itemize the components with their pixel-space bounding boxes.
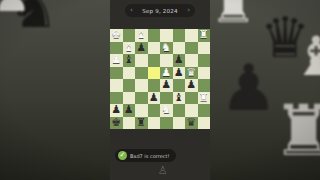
white-rook-piece: ♜ xyxy=(198,29,211,42)
square-a8[interactable] xyxy=(198,117,211,130)
square-h4[interactable] xyxy=(110,67,123,80)
square-a5[interactable] xyxy=(198,79,211,92)
bottom-pawn-icon: ♙ xyxy=(158,165,168,176)
square-e7[interactable] xyxy=(148,104,161,117)
square-c3[interactable]: ♟ xyxy=(173,54,186,67)
black-rook-piece: ♜ xyxy=(135,117,148,130)
black-bishop-piece: ♝ xyxy=(173,92,186,105)
square-d8[interactable] xyxy=(160,117,173,130)
square-b2[interactable] xyxy=(185,42,198,55)
square-c7[interactable] xyxy=(173,104,186,117)
square-f6[interactable] xyxy=(135,92,148,105)
black-pawn-piece: ♟ xyxy=(160,79,173,92)
black-king-piece: ♚ xyxy=(110,117,123,130)
square-g4[interactable] xyxy=(123,67,136,80)
white-knight-piece: ♞ xyxy=(160,42,173,55)
square-c6[interactable]: ♝ xyxy=(173,92,186,105)
square-a7[interactable] xyxy=(198,104,211,117)
square-a1[interactable]: ♜ xyxy=(198,29,211,42)
square-b8[interactable]: ♛ xyxy=(185,117,198,130)
black-pawn-piece: ♟ xyxy=(123,104,136,117)
square-e6[interactable]: ♟ xyxy=(148,92,161,105)
solution-text: Bxd7 is correct! xyxy=(130,153,169,159)
square-a3[interactable] xyxy=(198,54,211,67)
black-pawn-piece: ♟ xyxy=(173,67,186,80)
white-rook-piece: ♜ xyxy=(198,92,211,105)
square-a6[interactable]: ♜ xyxy=(198,92,211,105)
black-queen-piece: ♛ xyxy=(185,117,198,130)
square-b5[interactable]: ♟ xyxy=(185,79,198,92)
black-bishop-piece: ♝ xyxy=(123,54,136,67)
black-pawn-piece: ♟ xyxy=(185,79,198,92)
square-f8[interactable]: ♜ xyxy=(135,117,148,130)
solution-banner: ✓ Bxd7 is correct! xyxy=(114,148,177,163)
black-pawn-piece: ♟ xyxy=(110,104,123,117)
square-h1[interactable]: ♚ xyxy=(110,29,123,42)
white-pawn-piece: ♟ xyxy=(110,54,123,67)
square-e2[interactable] xyxy=(148,42,161,55)
square-e5[interactable] xyxy=(148,79,161,92)
square-f1[interactable]: ♝ xyxy=(135,29,148,42)
square-b3[interactable] xyxy=(185,54,198,67)
square-c5[interactable] xyxy=(173,79,186,92)
square-f7[interactable] xyxy=(135,104,148,117)
square-f3[interactable] xyxy=(135,54,148,67)
square-e1[interactable] xyxy=(148,29,161,42)
square-g1[interactable] xyxy=(123,29,136,42)
square-c1[interactable] xyxy=(173,29,186,42)
black-pawn-piece: ♟ xyxy=(173,54,186,67)
white-bishop-piece: ♝ xyxy=(135,29,148,42)
next-day-button[interactable]: › xyxy=(187,4,190,17)
square-g7[interactable]: ♟ xyxy=(123,104,136,117)
square-c8[interactable] xyxy=(173,117,186,130)
puzzle-panel: ‹ Sep 9, 2024 › ♚♝♜♝♟♞♟♝♟♟♟♛♟♟♟♝♜♟♟♞♚♜♛ … xyxy=(110,0,210,180)
square-d1[interactable] xyxy=(160,29,173,42)
square-b7[interactable] xyxy=(185,104,198,117)
square-h3[interactable]: ♟ xyxy=(110,54,123,67)
square-e8[interactable] xyxy=(148,117,161,130)
black-pawn-piece: ♟ xyxy=(135,42,148,55)
square-h7[interactable]: ♟ xyxy=(110,104,123,117)
black-pawn-piece: ♟ xyxy=(148,92,161,105)
prev-day-button[interactable]: ‹ xyxy=(130,4,133,17)
date-label: Sep 9, 2024 xyxy=(142,8,177,14)
square-b6[interactable] xyxy=(185,92,198,105)
square-g8[interactable] xyxy=(123,117,136,130)
square-d5[interactable]: ♟ xyxy=(160,79,173,92)
square-f5[interactable] xyxy=(135,79,148,92)
square-g5[interactable] xyxy=(123,79,136,92)
square-f4[interactable] xyxy=(135,67,148,80)
white-king-piece: ♚ xyxy=(110,29,123,42)
chess-board[interactable]: ♚♝♜♝♟♞♟♝♟♟♟♛♟♟♟♝♜♟♟♞♚♜♛ xyxy=(110,29,210,129)
date-navigator: ‹ Sep 9, 2024 › xyxy=(125,4,195,17)
square-g3[interactable]: ♝ xyxy=(123,54,136,67)
square-a4[interactable] xyxy=(198,67,211,80)
square-e4[interactable] xyxy=(148,67,161,80)
square-d2[interactable]: ♞ xyxy=(160,42,173,55)
square-f2[interactable]: ♟ xyxy=(135,42,148,55)
video-frame: ♜♟♝♛♜♞♟ ‹ Sep 9, 2024 › ♚♝♜♝♟♞♟♝♟♟♟♛♟♟♟♝… xyxy=(0,0,320,180)
square-h5[interactable] xyxy=(110,79,123,92)
square-e3[interactable] xyxy=(148,54,161,67)
square-h8[interactable]: ♚ xyxy=(110,117,123,130)
square-b1[interactable] xyxy=(185,29,198,42)
square-d7[interactable]: ♞ xyxy=(160,104,173,117)
square-c4[interactable]: ♟ xyxy=(173,67,186,80)
square-a2[interactable] xyxy=(198,42,211,55)
white-knight-piece: ♞ xyxy=(160,104,173,117)
correct-check-icon: ✓ xyxy=(118,151,127,160)
square-d3[interactable] xyxy=(160,54,173,67)
